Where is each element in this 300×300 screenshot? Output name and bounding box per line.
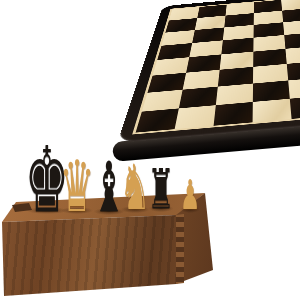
boxwood-pawn-icon: ♟	[180, 175, 200, 216]
pieces-layer: ♚♛♝♞♜♟	[0, 0, 300, 300]
boxwood-knight-icon: ♞	[119, 156, 150, 219]
product-photo-scene: ♚♛♝♞♜♟	[0, 0, 300, 300]
boxwood-queen-icon: ♛	[59, 151, 94, 222]
black-rook-icon: ♜	[147, 162, 174, 217]
